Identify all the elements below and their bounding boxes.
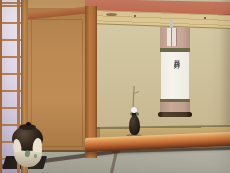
kettle-lid-knob bbox=[26, 122, 31, 126]
hanging-scroll: 日々是好日 bbox=[158, 27, 192, 118]
beam-nail bbox=[134, 15, 136, 17]
scroll-calligraphy: 日々是好日 bbox=[169, 55, 180, 97]
scroll-roller-bar bbox=[158, 112, 192, 117]
scroll-futai-strip bbox=[172, 28, 176, 46]
corner-pillar bbox=[85, 6, 97, 158]
wall-panel-outline bbox=[31, 19, 83, 147]
white-flower bbox=[131, 107, 137, 113]
brazier-green-mark bbox=[34, 154, 37, 158]
scroll-futai-strip bbox=[167, 28, 171, 46]
tea-room-photo: 日々是好日 bbox=[0, 0, 230, 173]
beam-nail bbox=[204, 17, 206, 19]
shoji-left-rail bbox=[0, 0, 2, 173]
wood-knot bbox=[106, 13, 117, 16]
flower-vase bbox=[129, 115, 140, 135]
scroll-bottom-fabric bbox=[160, 102, 190, 112]
